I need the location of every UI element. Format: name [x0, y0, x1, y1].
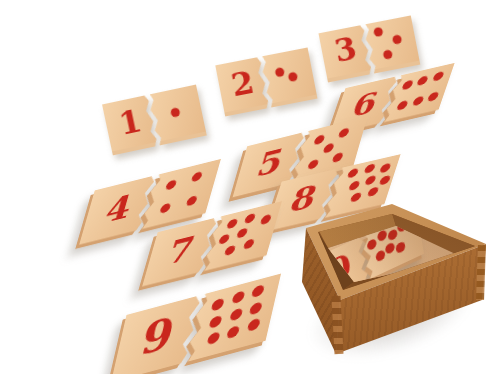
puzzle-3: 3 [318, 15, 419, 78]
dot [416, 75, 429, 86]
dots-piece-3 [361, 15, 420, 74]
dot [206, 331, 220, 345]
dot [313, 134, 325, 145]
dot [209, 314, 223, 328]
dot [243, 238, 255, 250]
dot [427, 91, 440, 102]
dot [348, 180, 361, 191]
dot [226, 218, 238, 230]
dot [231, 290, 245, 304]
dots-piece-2 [258, 47, 317, 108]
numeral-3: 3 [320, 31, 372, 70]
dot [259, 214, 271, 226]
dot [251, 284, 265, 298]
numeral-piece-3: 3 [318, 24, 374, 82]
dot [347, 168, 360, 179]
dot [382, 49, 393, 60]
dot [365, 175, 378, 186]
dot [191, 171, 203, 183]
dot [379, 162, 392, 173]
puzzle-2: 2 [215, 47, 316, 112]
dot [412, 95, 425, 106]
dot [247, 318, 261, 332]
dot [379, 175, 392, 186]
dot [322, 142, 334, 153]
numeral-1: 1 [103, 101, 157, 142]
dot [307, 159, 319, 170]
dot [223, 245, 235, 257]
dot [226, 325, 240, 339]
dot [396, 100, 409, 111]
dot [229, 308, 243, 322]
dot [332, 151, 344, 162]
photo-scene: 123654879 0 [0, 0, 498, 374]
dot [249, 301, 263, 315]
dot [392, 34, 403, 45]
numeral-piece-2: 2 [215, 56, 271, 116]
dot [274, 67, 285, 78]
dot [159, 203, 171, 215]
numeral-piece-4: 4 [79, 175, 158, 245]
dot [401, 80, 414, 91]
numeral-piece-1: 1 [102, 95, 160, 156]
dot [338, 127, 350, 138]
dot [287, 71, 298, 82]
dots-piece-9 [183, 274, 281, 364]
dot [432, 71, 445, 82]
numeral-9: 9 [114, 305, 201, 369]
dot [185, 195, 197, 207]
numeral-2: 2 [217, 63, 269, 103]
dot [236, 228, 248, 240]
wooden-box: 0 [294, 196, 498, 374]
puzzle-9: 9 [111, 274, 281, 374]
dot [211, 297, 225, 311]
dot [170, 107, 181, 118]
dot [373, 27, 384, 38]
puzzle-1: 1 [102, 85, 206, 152]
dot [165, 179, 177, 191]
dot [244, 213, 256, 225]
dot [364, 163, 377, 174]
dot [218, 233, 230, 245]
